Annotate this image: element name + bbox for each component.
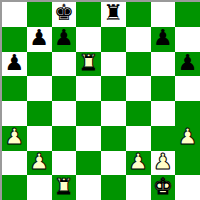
square-e6[interactable]	[101, 52, 126, 77]
square-c1[interactable]: ♜	[52, 175, 77, 200]
chess-board-frame: ♚♜♟♟♟♟♜♟♟♟♟♟♟♜♚	[0, 0, 200, 200]
square-a6[interactable]: ♟	[2, 52, 27, 77]
square-g2[interactable]: ♟	[151, 151, 176, 176]
black-rook-piece[interactable]: ♜	[104, 2, 124, 24]
square-d8[interactable]	[76, 2, 101, 27]
square-b2[interactable]: ♟	[27, 151, 52, 176]
square-a7[interactable]	[2, 27, 27, 52]
black-king-piece[interactable]: ♚	[54, 2, 74, 24]
white-rook-piece[interactable]: ♜	[79, 52, 99, 74]
square-f8[interactable]	[126, 2, 151, 27]
square-g3[interactable]	[151, 126, 176, 151]
white-pawn-piece[interactable]: ♟	[128, 151, 148, 173]
square-a5[interactable]	[2, 76, 27, 101]
square-h3[interactable]: ♟	[175, 126, 200, 151]
square-g7[interactable]: ♟	[151, 27, 176, 52]
square-b6[interactable]	[27, 52, 52, 77]
square-c5[interactable]	[52, 76, 77, 101]
square-d4[interactable]	[76, 101, 101, 126]
square-d6[interactable]: ♜	[76, 52, 101, 77]
square-e3[interactable]	[101, 126, 126, 151]
square-h5[interactable]	[175, 76, 200, 101]
black-pawn-piece[interactable]: ♟	[178, 52, 198, 74]
square-f5[interactable]	[126, 76, 151, 101]
square-d7[interactable]	[76, 27, 101, 52]
square-b1[interactable]	[27, 175, 52, 200]
square-b3[interactable]	[27, 126, 52, 151]
square-a3[interactable]: ♟	[2, 126, 27, 151]
square-f4[interactable]	[126, 101, 151, 126]
black-pawn-piece[interactable]: ♟	[5, 52, 25, 74]
white-king-piece[interactable]: ♚	[153, 176, 173, 198]
white-pawn-piece[interactable]: ♟	[178, 126, 198, 148]
square-d3[interactable]	[76, 126, 101, 151]
square-h7[interactable]	[175, 27, 200, 52]
square-g5[interactable]	[151, 76, 176, 101]
square-h1[interactable]	[175, 175, 200, 200]
square-c2[interactable]	[52, 151, 77, 176]
square-b5[interactable]	[27, 76, 52, 101]
square-d1[interactable]	[76, 175, 101, 200]
white-pawn-piece[interactable]: ♟	[153, 151, 173, 173]
square-a8[interactable]	[2, 2, 27, 27]
square-f6[interactable]	[126, 52, 151, 77]
square-b4[interactable]	[27, 101, 52, 126]
white-pawn-piece[interactable]: ♟	[5, 126, 25, 148]
square-e5[interactable]	[101, 76, 126, 101]
square-b7[interactable]: ♟	[27, 27, 52, 52]
square-e2[interactable]	[101, 151, 126, 176]
square-f2[interactable]: ♟	[126, 151, 151, 176]
square-h4[interactable]	[175, 101, 200, 126]
square-a4[interactable]	[2, 101, 27, 126]
square-c7[interactable]: ♟	[52, 27, 77, 52]
black-pawn-piece[interactable]: ♟	[29, 27, 49, 49]
square-f7[interactable]	[126, 27, 151, 52]
black-pawn-piece[interactable]: ♟	[153, 27, 173, 49]
square-f3[interactable]	[126, 126, 151, 151]
black-pawn-piece[interactable]: ♟	[54, 27, 74, 49]
square-d2[interactable]	[76, 151, 101, 176]
square-g8[interactable]	[151, 2, 176, 27]
white-pawn-piece[interactable]: ♟	[29, 151, 49, 173]
square-a2[interactable]	[2, 151, 27, 176]
square-c6[interactable]	[52, 52, 77, 77]
square-b8[interactable]	[27, 2, 52, 27]
square-a1[interactable]	[2, 175, 27, 200]
white-rook-piece[interactable]: ♜	[54, 176, 74, 198]
square-h6[interactable]: ♟	[175, 52, 200, 77]
square-d5[interactable]	[76, 76, 101, 101]
square-e7[interactable]	[101, 27, 126, 52]
square-e8[interactable]: ♜	[101, 2, 126, 27]
square-e1[interactable]	[101, 175, 126, 200]
square-h2[interactable]	[175, 151, 200, 176]
chess-board: ♚♜♟♟♟♟♜♟♟♟♟♟♟♜♚	[2, 2, 200, 200]
square-g1[interactable]: ♚	[151, 175, 176, 200]
square-h8[interactable]	[175, 2, 200, 27]
square-c8[interactable]: ♚	[52, 2, 77, 27]
square-c4[interactable]	[52, 101, 77, 126]
square-g4[interactable]	[151, 101, 176, 126]
square-g6[interactable]	[151, 52, 176, 77]
square-f1[interactable]	[126, 175, 151, 200]
square-e4[interactable]	[101, 101, 126, 126]
square-c3[interactable]	[52, 126, 77, 151]
